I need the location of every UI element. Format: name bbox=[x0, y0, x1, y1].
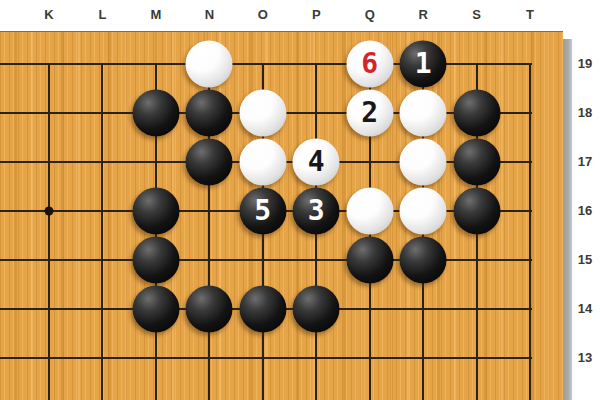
stone-black-S16[interactable] bbox=[453, 188, 500, 235]
move-number-1: 1 bbox=[415, 49, 432, 77]
stone-black-M14[interactable] bbox=[132, 286, 179, 333]
column-label-P: P bbox=[312, 7, 321, 22]
move-number-2: 2 bbox=[361, 98, 378, 126]
stone-black-M16[interactable] bbox=[132, 188, 179, 235]
stone-white-R17[interactable] bbox=[400, 139, 447, 186]
stone-black-O14[interactable] bbox=[239, 286, 286, 333]
column-label-N: N bbox=[205, 7, 214, 22]
row-label-13: 13 bbox=[578, 350, 592, 365]
stone-black-N14[interactable] bbox=[186, 286, 233, 333]
go-board-screenshot: KLMNOPQRST 612453 19181716151413 bbox=[0, 0, 600, 400]
board-edge-shadow bbox=[563, 39, 572, 400]
stone-black-R19[interactable]: 1 bbox=[400, 41, 447, 88]
move-number-6: 6 bbox=[361, 49, 378, 77]
row-label-18: 18 bbox=[578, 105, 592, 120]
stone-white-Q18[interactable]: 2 bbox=[346, 90, 393, 137]
grid-vline-T bbox=[529, 63, 531, 400]
star-point-K16 bbox=[45, 207, 54, 216]
grid-vline-K bbox=[48, 63, 50, 400]
stone-black-P16[interactable]: 3 bbox=[293, 188, 340, 235]
stone-black-Q15[interactable] bbox=[346, 237, 393, 284]
stone-black-P14[interactable] bbox=[293, 286, 340, 333]
stone-white-R16[interactable] bbox=[400, 188, 447, 235]
stone-black-M15[interactable] bbox=[132, 237, 179, 284]
stone-white-O18[interactable] bbox=[239, 90, 286, 137]
column-label-R: R bbox=[418, 7, 427, 22]
stone-white-P17[interactable]: 4 bbox=[293, 139, 340, 186]
stone-white-N19[interactable] bbox=[186, 41, 233, 88]
stone-black-S17[interactable] bbox=[453, 139, 500, 186]
grid-vline-L bbox=[101, 63, 103, 400]
stone-white-O17[interactable] bbox=[239, 139, 286, 186]
column-label-L: L bbox=[98, 7, 106, 22]
column-label-K: K bbox=[44, 7, 53, 22]
row-label-16: 16 bbox=[578, 203, 592, 218]
go-board[interactable]: 612453 bbox=[0, 31, 563, 400]
row-label-15: 15 bbox=[578, 252, 592, 267]
column-label-M: M bbox=[150, 7, 161, 22]
row-label-14: 14 bbox=[578, 301, 592, 316]
stone-white-R18[interactable] bbox=[400, 90, 447, 137]
move-number-4: 4 bbox=[308, 147, 325, 175]
grid-hline-13 bbox=[0, 357, 532, 359]
grid-hline-19 bbox=[0, 63, 532, 65]
column-label-S: S bbox=[472, 7, 481, 22]
stone-black-R15[interactable] bbox=[400, 237, 447, 284]
stone-white-Q19[interactable]: 6 bbox=[346, 41, 393, 88]
row-label-17: 17 bbox=[578, 154, 592, 169]
row-label-19: 19 bbox=[578, 56, 592, 71]
stone-black-N17[interactable] bbox=[186, 139, 233, 186]
column-label-O: O bbox=[258, 7, 268, 22]
column-label-T: T bbox=[526, 7, 534, 22]
stone-black-O16[interactable]: 5 bbox=[239, 188, 286, 235]
stone-black-M18[interactable] bbox=[132, 90, 179, 137]
stone-black-N18[interactable] bbox=[186, 90, 233, 137]
grid-hline-15 bbox=[0, 259, 532, 261]
column-label-Q: Q bbox=[365, 7, 375, 22]
stone-black-S18[interactable] bbox=[453, 90, 500, 137]
move-number-5: 5 bbox=[254, 196, 271, 224]
stone-white-Q16[interactable] bbox=[346, 188, 393, 235]
move-number-3: 3 bbox=[308, 196, 325, 224]
